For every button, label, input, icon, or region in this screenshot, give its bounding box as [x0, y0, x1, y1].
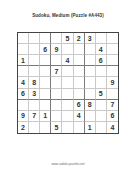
- sudoku-cell-r3c6: [74, 55, 85, 66]
- sudoku-cell-r7c9: 7: [107, 100, 118, 111]
- sudoku-cell-r2c3: 6: [40, 44, 51, 55]
- sudoku-page: Sudoku, Medium (Puzzle #A443) 5236941467…: [0, 0, 136, 176]
- sudoku-cell-r1c2: [29, 33, 40, 44]
- sudoku-cell-r9c8: [96, 122, 107, 133]
- sudoku-cell-r4c5: [62, 66, 73, 77]
- sudoku-cell-r9c2: [29, 122, 40, 133]
- sudoku-cell-r3c5: 4: [62, 55, 73, 66]
- sudoku-cell-r8c6: 4: [74, 111, 85, 122]
- sudoku-cell-r9c9: 4: [107, 122, 118, 133]
- sudoku-cell-r7c4: [51, 100, 62, 111]
- sudoku-cell-r9c7: 1: [85, 122, 96, 133]
- sudoku-cell-r5c2: 8: [29, 77, 40, 88]
- sudoku-cell-r7c1: [18, 100, 29, 111]
- sudoku-cell-r2c1: [18, 44, 29, 55]
- sudoku-cell-r9c4: 5: [51, 122, 62, 133]
- sudoku-cell-r3c4: [51, 55, 62, 66]
- sudoku-cell-r2c6: [74, 44, 85, 55]
- sudoku-cell-r8c9: 6: [107, 111, 118, 122]
- sudoku-cell-r5c6: [74, 77, 85, 88]
- sudoku-cell-r7c2: [29, 100, 40, 111]
- sudoku-cell-r8c2: 7: [29, 111, 40, 122]
- sudoku-cell-r5c1: 4: [18, 77, 29, 88]
- sudoku-cell-r5c3: [40, 77, 51, 88]
- sudoku-cell-r9c5: [62, 122, 73, 133]
- sudoku-cell-r1c9: [107, 33, 118, 44]
- sudoku-cell-r6c6: [74, 89, 85, 100]
- sudoku-cell-r8c4: [51, 111, 62, 122]
- sudoku-cell-r6c5: [62, 89, 73, 100]
- sudoku-cell-r4c2: [29, 66, 40, 77]
- sudoku-cell-r6c3: [40, 89, 51, 100]
- sudoku-cell-r3c8: 6: [96, 55, 107, 66]
- sudoku-cell-r9c6: [74, 122, 85, 133]
- sudoku-cell-r5c9: 9: [107, 77, 118, 88]
- sudoku-cell-r2c4: 9: [51, 44, 62, 55]
- sudoku-cell-r6c9: [107, 89, 118, 100]
- sudoku-cell-r3c7: [85, 55, 96, 66]
- sudoku-cell-r8c8: [96, 111, 107, 122]
- sudoku-cell-r2c2: [29, 44, 40, 55]
- sudoku-cell-r6c8: 5: [96, 89, 107, 100]
- sudoku-cell-r8c3: 1: [40, 111, 51, 122]
- sudoku-cell-r7c6: 6: [74, 100, 85, 111]
- sudoku-cell-r4c9: [107, 66, 118, 77]
- sudoku-board: 5236941467489635687971462514: [17, 32, 119, 134]
- sudoku-cell-r8c7: [85, 111, 96, 122]
- sudoku-cell-r4c7: [85, 66, 96, 77]
- sudoku-cell-r1c4: [51, 33, 62, 44]
- sudoku-cell-r2c8: 4: [96, 44, 107, 55]
- sudoku-cell-r1c6: 2: [74, 33, 85, 44]
- sudoku-cell-r2c5: [62, 44, 73, 55]
- sudoku-cell-r7c8: [96, 100, 107, 111]
- sudoku-cell-r6c4: [51, 89, 62, 100]
- sudoku-cell-r4c8: [96, 66, 107, 77]
- sudoku-cell-r1c7: 3: [85, 33, 96, 44]
- sudoku-cell-r6c7: [85, 89, 96, 100]
- sudoku-cell-r4c4: 7: [51, 66, 62, 77]
- sudoku-cell-r1c5: 5: [62, 33, 73, 44]
- sudoku-cell-r3c9: [107, 55, 118, 66]
- sudoku-cell-r4c6: [74, 66, 85, 77]
- sudoku-cell-r8c1: 9: [18, 111, 29, 122]
- sudoku-cell-r6c1: 6: [18, 89, 29, 100]
- footer-url: www.sudoku-puzzles.net: [0, 162, 136, 166]
- sudoku-cell-r4c3: [40, 66, 51, 77]
- sudoku-cell-r1c1: [18, 33, 29, 44]
- sudoku-cell-r5c7: [85, 77, 96, 88]
- sudoku-cell-r5c8: [96, 77, 107, 88]
- page-title: Sudoku, Medium (Puzzle #A443): [0, 13, 136, 18]
- sudoku-cell-r2c7: [85, 44, 96, 55]
- sudoku-cell-r9c3: [40, 122, 51, 133]
- sudoku-cell-r2c9: [107, 44, 118, 55]
- sudoku-cell-r5c4: [51, 77, 62, 88]
- sudoku-cell-r8c5: [62, 111, 73, 122]
- sudoku-cell-r6c2: 3: [29, 89, 40, 100]
- sudoku-cell-r3c2: [29, 55, 40, 66]
- sudoku-cell-r4c1: [18, 66, 29, 77]
- sudoku-cell-r5c5: [62, 77, 73, 88]
- sudoku-cell-r3c3: [40, 55, 51, 66]
- sudoku-cell-r9c1: 2: [18, 122, 29, 133]
- sudoku-cell-r7c7: 8: [85, 100, 96, 111]
- sudoku-cell-r3c1: 1: [18, 55, 29, 66]
- sudoku-cell-r7c3: [40, 100, 51, 111]
- sudoku-cell-r1c8: [96, 33, 107, 44]
- sudoku-cell-r7c5: [62, 100, 73, 111]
- sudoku-cell-r1c3: [40, 33, 51, 44]
